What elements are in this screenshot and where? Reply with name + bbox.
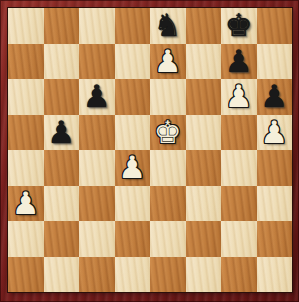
piece-white-pawn-g6[interactable]: ♟ <box>225 79 253 115</box>
square-a5[interactable] <box>8 115 44 151</box>
square-d6[interactable] <box>115 79 151 115</box>
piece-black-pawn-c6[interactable]: ♟ <box>83 79 111 115</box>
piece-black-pawn-h6[interactable]: ♟ <box>260 79 288 115</box>
square-h2[interactable] <box>257 221 293 257</box>
piece-white-pawn-e7[interactable]: ♟ <box>154 44 182 80</box>
square-a6[interactable] <box>8 79 44 115</box>
square-a3[interactable]: ♟ <box>8 186 44 222</box>
square-c5[interactable] <box>79 115 115 151</box>
square-g5[interactable] <box>221 115 257 151</box>
piece-black-king-g8[interactable]: ♚ <box>225 8 253 44</box>
square-g8[interactable]: ♚ <box>221 8 257 44</box>
square-c1[interactable] <box>79 257 115 293</box>
square-b7[interactable] <box>44 44 80 80</box>
square-b3[interactable] <box>44 186 80 222</box>
square-b8[interactable] <box>44 8 80 44</box>
piece-white-pawn-h5[interactable]: ♟ <box>260 115 288 151</box>
square-g7[interactable]: ♟ <box>221 44 257 80</box>
square-d2[interactable] <box>115 221 151 257</box>
square-h4[interactable] <box>257 150 293 186</box>
square-d8[interactable] <box>115 8 151 44</box>
square-e4[interactable] <box>150 150 186 186</box>
piece-black-pawn-g7[interactable]: ♟ <box>225 44 253 80</box>
square-h5[interactable]: ♟ <box>257 115 293 151</box>
piece-white-pawn-d4[interactable]: ♟ <box>118 150 146 186</box>
square-e6[interactable] <box>150 79 186 115</box>
square-c3[interactable] <box>79 186 115 222</box>
square-a7[interactable] <box>8 44 44 80</box>
square-f4[interactable] <box>186 150 222 186</box>
piece-black-pawn-b5[interactable]: ♟ <box>47 115 75 151</box>
square-g2[interactable] <box>221 221 257 257</box>
square-h1[interactable] <box>257 257 293 293</box>
square-f2[interactable] <box>186 221 222 257</box>
square-c2[interactable] <box>79 221 115 257</box>
square-f7[interactable] <box>186 44 222 80</box>
square-a2[interactable] <box>8 221 44 257</box>
square-d7[interactable] <box>115 44 151 80</box>
square-b4[interactable] <box>44 150 80 186</box>
square-b2[interactable] <box>44 221 80 257</box>
square-b1[interactable] <box>44 257 80 293</box>
square-f8[interactable] <box>186 8 222 44</box>
square-g6[interactable]: ♟ <box>221 79 257 115</box>
square-e8[interactable]: ♞ <box>150 8 186 44</box>
square-d4[interactable]: ♟ <box>115 150 151 186</box>
square-c7[interactable] <box>79 44 115 80</box>
square-e1[interactable] <box>150 257 186 293</box>
square-e5[interactable]: ♚ <box>150 115 186 151</box>
square-g3[interactable] <box>221 186 257 222</box>
square-h7[interactable] <box>257 44 293 80</box>
square-f6[interactable] <box>186 79 222 115</box>
square-d3[interactable] <box>115 186 151 222</box>
square-f3[interactable] <box>186 186 222 222</box>
chess-board: ♞♚♟♟♟♟♟♟♚♟♟♟ <box>8 8 292 292</box>
square-h6[interactable]: ♟ <box>257 79 293 115</box>
square-f1[interactable] <box>186 257 222 293</box>
chess-board-frame: ♞♚♟♟♟♟♟♟♚♟♟♟ <box>0 0 299 302</box>
square-a1[interactable] <box>8 257 44 293</box>
square-g1[interactable] <box>221 257 257 293</box>
square-b5[interactable]: ♟ <box>44 115 80 151</box>
square-a8[interactable] <box>8 8 44 44</box>
piece-white-pawn-a3[interactable]: ♟ <box>12 186 40 222</box>
square-e3[interactable] <box>150 186 186 222</box>
square-e7[interactable]: ♟ <box>150 44 186 80</box>
piece-black-knight-e8[interactable]: ♞ <box>154 8 182 44</box>
square-e2[interactable] <box>150 221 186 257</box>
square-g4[interactable] <box>221 150 257 186</box>
square-d5[interactable] <box>115 115 151 151</box>
square-c8[interactable] <box>79 8 115 44</box>
square-h3[interactable] <box>257 186 293 222</box>
square-d1[interactable] <box>115 257 151 293</box>
square-b6[interactable] <box>44 79 80 115</box>
square-c6[interactable]: ♟ <box>79 79 115 115</box>
square-h8[interactable] <box>257 8 293 44</box>
piece-white-king-e5[interactable]: ♚ <box>154 115 182 151</box>
square-f5[interactable] <box>186 115 222 151</box>
square-a4[interactable] <box>8 150 44 186</box>
square-c4[interactable] <box>79 150 115 186</box>
